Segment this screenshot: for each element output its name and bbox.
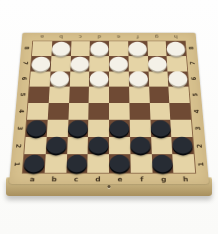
square-h1[interactable] — [173, 154, 196, 172]
clasp-pin — [108, 185, 111, 188]
square-f4[interactable] — [129, 103, 150, 120]
square-g7[interactable]: ● — [148, 56, 168, 71]
checkers-board: abcdefgh abcdefgh 87654321 87654321 ●●●●… — [9, 33, 209, 184]
file-label-top-c: c — [71, 33, 90, 41]
white-piece-h8[interactable]: ● — [165, 38, 187, 56]
black-piece-g1[interactable]: ● — [150, 150, 174, 173]
square-h2[interactable]: ● — [171, 137, 193, 155]
square-f8[interactable]: ● — [128, 41, 148, 56]
black-piece-b2[interactable]: ● — [45, 133, 69, 155]
square-b1[interactable] — [44, 154, 66, 172]
square-a1[interactable]: ● — [23, 154, 46, 172]
black-piece-c1[interactable]: ● — [65, 150, 89, 173]
square-f2[interactable]: ● — [130, 137, 152, 155]
white-piece-c7[interactable]: ● — [69, 53, 91, 72]
square-g6[interactable] — [148, 71, 168, 87]
white-piece-h6[interactable]: ● — [167, 68, 190, 87]
file-label-top-e: e — [109, 33, 128, 41]
square-h8[interactable]: ● — [166, 41, 186, 56]
white-piece-d6[interactable]: ● — [88, 68, 110, 87]
black-piece-g3[interactable]: ● — [149, 116, 172, 137]
square-b5[interactable] — [48, 87, 69, 103]
square-f6[interactable]: ● — [129, 71, 149, 87]
file-label-c: c — [65, 174, 87, 184]
square-d2[interactable]: ● — [88, 137, 109, 155]
black-piece-d2[interactable]: ● — [87, 133, 110, 155]
square-e7[interactable]: ● — [109, 56, 129, 71]
square-h6[interactable]: ● — [168, 71, 189, 87]
square-c1[interactable]: ● — [66, 154, 88, 172]
file-label-b: b — [43, 174, 65, 184]
white-piece-f6[interactable]: ● — [128, 68, 150, 87]
black-piece-a1[interactable]: ● — [22, 150, 47, 173]
file-label-f: f — [131, 174, 153, 184]
file-label-g: g — [153, 174, 175, 184]
file-label-e: e — [109, 174, 131, 184]
square-c6[interactable] — [69, 71, 89, 87]
square-a7[interactable]: ● — [31, 56, 51, 71]
black-piece-c3[interactable]: ● — [66, 116, 89, 137]
square-e1[interactable]: ● — [109, 154, 131, 172]
square-a3[interactable]: ● — [26, 120, 48, 137]
square-g1[interactable]: ● — [151, 154, 173, 172]
white-piece-b8[interactable]: ● — [50, 38, 72, 56]
square-e5[interactable] — [109, 87, 129, 103]
square-b8[interactable]: ● — [51, 41, 71, 56]
file-label-top-a: a — [32, 33, 52, 41]
white-piece-b6[interactable]: ● — [49, 68, 71, 87]
black-piece-h2[interactable]: ● — [170, 133, 194, 155]
square-c3[interactable]: ● — [67, 120, 88, 137]
white-piece-g7[interactable]: ● — [147, 53, 169, 72]
white-piece-f8[interactable]: ● — [127, 38, 148, 56]
square-a6[interactable] — [30, 71, 51, 87]
black-piece-e1[interactable]: ● — [108, 150, 131, 173]
file-labels-bottom: abcdefgh — [21, 174, 197, 184]
square-g5[interactable] — [149, 87, 170, 103]
square-a5[interactable] — [28, 87, 49, 103]
square-f1[interactable] — [130, 154, 152, 172]
square-d6[interactable]: ● — [89, 71, 109, 87]
square-d4[interactable] — [89, 103, 109, 120]
square-d1[interactable] — [87, 154, 109, 172]
square-d5[interactable] — [89, 87, 109, 103]
square-b4[interactable] — [48, 103, 69, 120]
white-piece-e7[interactable]: ● — [108, 53, 129, 72]
square-b6[interactable]: ● — [49, 71, 69, 87]
square-d8[interactable]: ● — [90, 41, 109, 56]
square-h5[interactable] — [169, 87, 190, 103]
board-perspective-wrap: abcdefgh abcdefgh 87654321 87654321 ●●●●… — [9, 33, 209, 184]
square-e6[interactable] — [109, 71, 129, 87]
square-c5[interactable] — [69, 87, 89, 103]
square-h4[interactable] — [170, 103, 191, 120]
square-f5[interactable] — [129, 87, 149, 103]
black-piece-e3[interactable]: ● — [108, 116, 131, 137]
black-piece-f2[interactable]: ● — [129, 133, 152, 155]
white-piece-d8[interactable]: ● — [89, 38, 110, 56]
photo-scene: abcdefgh abcdefgh 87654321 87654321 ●●●●… — [0, 0, 218, 234]
board-grid: ●●●●●●●●●●●●●●●●●●●●●●●● — [22, 41, 196, 174]
file-label-top-g: g — [147, 33, 166, 41]
square-b2[interactable]: ● — [45, 137, 67, 155]
square-e3[interactable]: ● — [109, 120, 130, 137]
square-c7[interactable]: ● — [70, 56, 90, 71]
file-label-a: a — [21, 174, 44, 184]
square-g3[interactable]: ● — [150, 120, 171, 137]
file-label-h: h — [174, 174, 197, 184]
file-label-d: d — [87, 174, 109, 184]
